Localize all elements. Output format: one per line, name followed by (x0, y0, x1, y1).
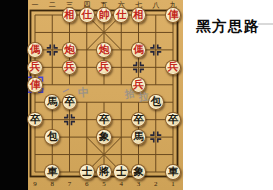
piece-glyph: 兵 (133, 79, 144, 90)
piece-傌-red[interactable]: 傌 (131, 42, 147, 58)
point-marker (150, 52, 154, 56)
point-marker (133, 62, 137, 66)
piece-卒-black[interactable]: 卒 (96, 112, 112, 128)
point-marker (158, 52, 162, 56)
point-marker (72, 122, 76, 126)
piece-兵-red[interactable]: 兵 (27, 60, 43, 76)
piece-glyph: 兵 (168, 62, 179, 73)
piece-相-red[interactable]: 相 (62, 7, 78, 23)
point-marker (150, 139, 154, 143)
piece-glyph: 卒 (30, 114, 41, 125)
file-label-bottom: 7 (68, 181, 72, 188)
piece-glyph: 士 (116, 166, 127, 177)
point-marker (141, 62, 145, 66)
file-label-bottom: 1 (171, 181, 175, 188)
piece-glyph: 包 (150, 97, 161, 108)
left-black-margin (0, 0, 28, 190)
piece-glyph: 車 (47, 166, 58, 177)
point-marker (158, 132, 162, 136)
point-marker (72, 114, 76, 118)
piece-glyph: 相 (64, 9, 75, 20)
piece-仕-red[interactable]: 仕 (113, 7, 129, 23)
piece-馬-black[interactable]: 馬 (44, 94, 60, 110)
file-label-bottom: 5 (102, 181, 106, 188)
piece-glyph: 兵 (30, 62, 41, 73)
piece-象-black[interactable]: 象 (131, 164, 147, 180)
point-marker (141, 69, 145, 73)
piece-俥-red[interactable]: 俥 (27, 77, 43, 93)
point-marker (158, 44, 162, 48)
lesson-title: 黑方思路 (196, 17, 260, 36)
piece-傌-red[interactable]: 傌 (27, 42, 43, 58)
piece-glyph: 仕 (81, 9, 92, 20)
piece-glyph: 卒 (168, 114, 179, 125)
piece-卒-black[interactable]: 卒 (165, 112, 181, 128)
piece-象-black[interactable]: 象 (96, 129, 112, 145)
xiangqi-board: 一二三四五六七八九987654321 相仕帥仕相俥傌炮炮傌兵兵兵兵俥兵馬卒包卒卒… (28, 0, 183, 190)
point-marker (150, 44, 154, 48)
piece-glyph: 馬 (47, 97, 58, 108)
point-marker (47, 52, 51, 56)
piece-帥-red[interactable]: 帥 (96, 7, 112, 23)
piece-車-black[interactable]: 車 (44, 164, 60, 180)
piece-glyph: 炮 (99, 44, 110, 55)
handwriting-mark: 中 (77, 85, 89, 101)
piece-glyph: 兵 (64, 62, 75, 73)
file-label-bottom: 6 (85, 181, 89, 188)
piece-glyph: 卒 (99, 114, 110, 125)
piece-包-black[interactable]: 包 (44, 129, 60, 145)
piece-卒-black[interactable]: 卒 (62, 94, 78, 110)
piece-仕-red[interactable]: 仕 (79, 7, 95, 23)
piece-glyph: 傌 (133, 44, 144, 55)
piece-glyph: 帥 (99, 9, 110, 20)
handwriting-mark: 拉 (138, 90, 149, 105)
point-marker (133, 69, 137, 73)
point-marker (54, 52, 58, 56)
piece-glyph: 象 (133, 166, 144, 177)
point-marker (47, 44, 51, 48)
file-label-bottom: 8 (51, 181, 55, 188)
piece-glyph: 俥 (30, 79, 41, 90)
point-marker (150, 132, 154, 136)
point-marker (64, 122, 68, 126)
file-label-top: 一 (32, 2, 39, 9)
annotation-dash (258, 23, 273, 25)
piece-車-black[interactable]: 車 (165, 164, 181, 180)
piece-士-black[interactable]: 士 (113, 164, 129, 180)
piece-卒-black[interactable]: 卒 (27, 112, 43, 128)
piece-glyph: 炮 (64, 44, 75, 55)
piece-glyph: 俥 (168, 9, 179, 20)
file-label-bottom: 9 (33, 181, 37, 188)
piece-glyph: 包 (47, 132, 58, 143)
piece-相-red[interactable]: 相 (131, 7, 147, 23)
piece-glyph: 車 (168, 166, 179, 177)
screenshot-stage: 一二三四五六七八九987654321 相仕帥仕相俥傌炮炮傌兵兵兵兵俥兵馬卒包卒卒… (0, 0, 273, 190)
piece-炮-red[interactable]: 炮 (62, 42, 78, 58)
piece-將-black[interactable]: 將 (96, 164, 112, 180)
file-label-top: 二 (49, 2, 56, 9)
piece-glyph: 士 (81, 166, 92, 177)
file-label-bottom: 4 (120, 181, 124, 188)
piece-士-black[interactable]: 士 (79, 164, 95, 180)
piece-glyph: 相 (133, 9, 144, 20)
piece-glyph: 馬 (133, 132, 144, 143)
point-marker (54, 44, 58, 48)
piece-glyph: 傌 (30, 44, 41, 55)
piece-glyph: 仕 (116, 9, 127, 20)
file-label-top: 八 (152, 2, 159, 9)
piece-glyph: 將 (99, 166, 110, 177)
piece-glyph: 兵 (99, 62, 110, 73)
piece-俥-red[interactable]: 俥 (165, 7, 181, 23)
file-label-bottom: 2 (154, 181, 158, 188)
file-label-bottom: 3 (137, 181, 141, 188)
piece-兵-red[interactable]: 兵 (96, 60, 112, 76)
piece-glyph: 卒 (133, 114, 144, 125)
point-marker (158, 139, 162, 143)
piece-glyph: 卒 (64, 97, 75, 108)
piece-包-black[interactable]: 包 (148, 94, 164, 110)
piece-兵-red[interactable]: 兵 (165, 60, 181, 76)
piece-馬-black[interactable]: 馬 (131, 129, 147, 145)
piece-炮-red[interactable]: 炮 (96, 42, 112, 58)
point-marker (64, 114, 68, 118)
piece-glyph: 象 (99, 132, 110, 143)
